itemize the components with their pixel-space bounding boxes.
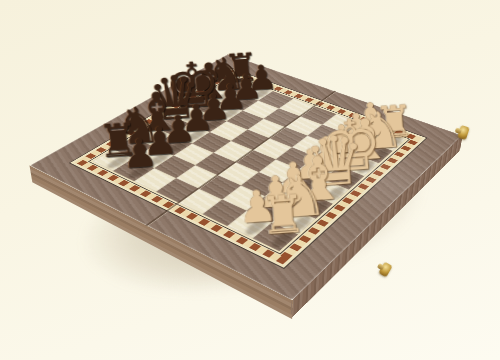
piece-black-pawn-a7[interactable]: ♟: [103, 131, 177, 176]
piece-white-rook-a1[interactable]: ♜: [242, 187, 325, 244]
chess-set-photo: ♜♞♝♛♚♝♞♜♟♟♟♟♟♟♟♟♟♟♟♟♟♟♟♟♜♞♝♛♚♝♞♜: [0, 0, 500, 360]
